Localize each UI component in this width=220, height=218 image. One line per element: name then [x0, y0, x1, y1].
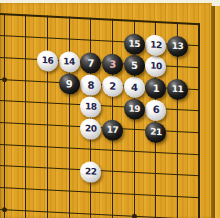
board-edge-line-right [198, 23, 200, 218]
stone-black-13: 13 [167, 35, 188, 57]
stone-black-19: 19 [124, 98, 145, 120]
move-number: 20 [85, 124, 97, 134]
stone-white-4: 4 [124, 76, 145, 98]
move-number: 13 [172, 41, 184, 51]
stone-white-18: 18 [80, 96, 101, 118]
move-number: 22 [85, 167, 97, 177]
stone-black-17: 17 [102, 119, 123, 141]
move-number: 15 [128, 39, 140, 49]
stone-black-5: 5 [124, 55, 145, 77]
stone-white-14: 14 [59, 51, 80, 73]
move-number: 4 [131, 82, 137, 92]
stone-black-7: 7 [80, 52, 101, 74]
move-number: 7 [88, 58, 94, 68]
move-number: 9 [66, 79, 72, 89]
move-number: 21 [150, 127, 162, 137]
stone-white-20: 20 [80, 118, 101, 140]
stone-white-8: 8 [80, 74, 101, 96]
stone-white-6: 6 [145, 99, 166, 121]
move-number: 17 [107, 125, 119, 135]
stone-white-16: 16 [37, 50, 58, 72]
board-edge-line-top [0, 13, 200, 25]
move-number: 3 [109, 59, 115, 69]
stone-black-1: 1 [145, 77, 166, 99]
star-point [132, 213, 137, 218]
stone-white-22: 22 [80, 161, 101, 183]
move-number: 6 [153, 105, 159, 115]
go-diagram: 12345678910111213141516171819202122 [0, 0, 220, 218]
move-number: 19 [128, 104, 140, 114]
move-number: 5 [131, 61, 137, 71]
move-number: 10 [150, 62, 162, 72]
grid-line-vertical [47, 15, 48, 218]
stone-black-9: 9 [59, 73, 80, 95]
grid-line-vertical [69, 16, 70, 218]
move-number: 1 [153, 83, 159, 93]
star-point [2, 77, 7, 82]
grid-line-horizontal [0, 187, 200, 198]
stone-black-15: 15 [124, 33, 145, 55]
stone-white-2: 2 [102, 75, 123, 97]
star-point [2, 207, 7, 212]
stone-black-3: 3 [102, 54, 123, 76]
stone-black-21: 21 [145, 121, 166, 143]
move-number: 8 [88, 80, 94, 90]
move-number: 12 [150, 40, 162, 50]
move-number: 2 [109, 81, 115, 91]
grid-line-vertical [112, 19, 113, 218]
move-number: 14 [63, 58, 75, 68]
stone-white-10: 10 [145, 56, 166, 78]
grid-line-horizontal [0, 209, 200, 218]
move-number: 11 [172, 85, 184, 95]
move-number: 16 [42, 56, 54, 66]
go-board-grid: 12345678910111213141516171819202122 [0, 0, 220, 218]
move-number: 18 [85, 102, 97, 112]
grid-line-horizontal [0, 144, 200, 155]
stone-black-11: 11 [167, 79, 188, 101]
stone-white-12: 12 [145, 34, 166, 56]
